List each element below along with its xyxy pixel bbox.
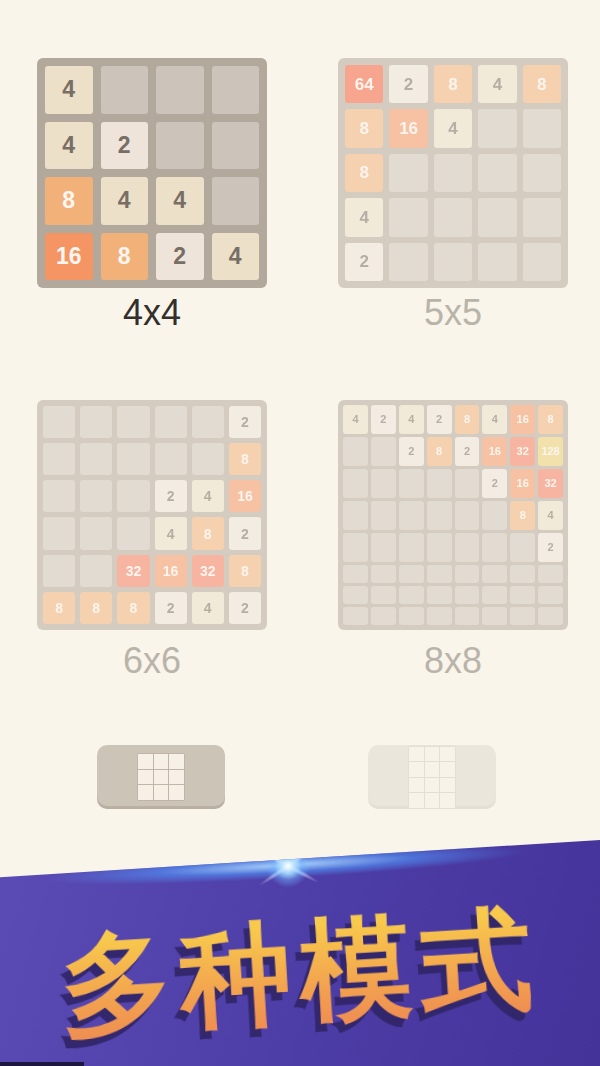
empty-cell — [101, 66, 149, 114]
empty-cell — [155, 406, 187, 438]
tile-4: 4 — [478, 65, 516, 103]
tile-16: 16 — [389, 109, 427, 147]
mode-select-screen: 44284416824 6428488164842 28241648232163… — [0, 0, 600, 1066]
tile-8: 8 — [538, 405, 563, 434]
empty-cell — [510, 607, 535, 625]
empty-cell — [80, 555, 112, 587]
tile-8: 8 — [117, 592, 149, 624]
empty-cell — [510, 565, 535, 583]
tile-4: 4 — [155, 517, 187, 549]
empty-cell — [478, 198, 516, 236]
board-label-8x8[interactable]: 8x8 — [338, 640, 568, 682]
empty-cell — [482, 501, 507, 530]
empty-cell — [510, 533, 535, 562]
tile-32: 32 — [192, 555, 224, 587]
empty-cell — [455, 469, 480, 498]
empty-cell — [538, 607, 563, 625]
tile-2: 2 — [371, 405, 396, 434]
empty-cell — [523, 109, 561, 147]
empty-cell — [371, 586, 396, 604]
tile-4: 4 — [45, 122, 93, 170]
board-4x4[interactable]: 44284416824 — [37, 58, 267, 288]
banner-title: 多种模式 — [0, 880, 600, 1066]
tile-2: 2 — [155, 480, 187, 512]
tile-2: 2 — [399, 437, 424, 466]
tile-8: 8 — [427, 437, 452, 466]
empty-cell — [427, 501, 452, 530]
tile-2: 2 — [482, 469, 507, 498]
tile-8: 8 — [192, 517, 224, 549]
empty-cell — [343, 586, 368, 604]
empty-cell — [212, 177, 260, 225]
tile-8: 8 — [43, 592, 75, 624]
empty-cell — [455, 565, 480, 583]
tile-4: 4 — [192, 480, 224, 512]
empty-cell — [427, 565, 452, 583]
empty-cell — [482, 565, 507, 583]
tile-32: 32 — [510, 437, 535, 466]
empty-cell — [117, 480, 149, 512]
empty-cell — [427, 586, 452, 604]
empty-cell — [80, 406, 112, 438]
tile-4: 4 — [101, 177, 149, 225]
empty-cell — [434, 154, 472, 192]
tile-2: 2 — [229, 592, 261, 624]
empty-cell — [371, 565, 396, 583]
empty-cell — [427, 607, 452, 625]
empty-cell — [43, 480, 75, 512]
tile-4: 4 — [399, 405, 424, 434]
tile-8: 8 — [434, 65, 472, 103]
tile-8: 8 — [523, 65, 561, 103]
empty-cell — [523, 154, 561, 192]
empty-cell — [427, 469, 452, 498]
empty-cell — [399, 607, 424, 625]
lens-flare-core — [266, 844, 310, 888]
tile-16: 16 — [510, 469, 535, 498]
grid-3x3-icon — [137, 753, 185, 801]
empty-cell — [343, 469, 368, 498]
empty-cell — [343, 437, 368, 466]
tile-8: 8 — [80, 592, 112, 624]
tile-4: 4 — [192, 592, 224, 624]
tile-4: 4 — [212, 233, 260, 281]
tile-8: 8 — [101, 233, 149, 281]
empty-cell — [371, 469, 396, 498]
tile-2: 2 — [427, 405, 452, 434]
tile-2: 2 — [101, 122, 149, 170]
empty-cell — [523, 243, 561, 281]
empty-cell — [482, 607, 507, 625]
empty-cell — [399, 501, 424, 530]
tile-8: 8 — [345, 109, 383, 147]
tile-2: 2 — [538, 533, 563, 562]
empty-cell — [455, 607, 480, 625]
tile-2: 2 — [155, 592, 187, 624]
empty-cell — [434, 243, 472, 281]
board-6x6[interactable]: 2824164823216328888242 — [37, 400, 267, 630]
tile-2: 2 — [345, 243, 383, 281]
tile-8: 8 — [229, 555, 261, 587]
tile-64: 64 — [345, 65, 383, 103]
board-5x5[interactable]: 6428488164842 — [338, 58, 568, 288]
empty-cell — [482, 586, 507, 604]
empty-cell — [212, 122, 260, 170]
empty-cell — [192, 406, 224, 438]
empty-cell — [43, 443, 75, 475]
empty-cell — [80, 443, 112, 475]
empty-cell — [343, 533, 368, 562]
tile-16: 16 — [482, 437, 507, 466]
empty-cell — [455, 501, 480, 530]
empty-cell — [389, 198, 427, 236]
empty-cell — [343, 607, 368, 625]
tile-2: 2 — [229, 517, 261, 549]
empty-cell — [371, 501, 396, 530]
tile-2: 2 — [389, 65, 427, 103]
empty-cell — [371, 533, 396, 562]
tile-4: 4 — [434, 109, 472, 147]
empty-cell — [343, 565, 368, 583]
tile-8: 8 — [45, 177, 93, 225]
empty-cell — [117, 406, 149, 438]
grid-3x4-icon — [408, 746, 456, 809]
empty-cell — [523, 198, 561, 236]
empty-cell — [455, 586, 480, 604]
tall-grid-mode-button[interactable] — [368, 745, 496, 809]
empty-cell — [399, 565, 424, 583]
empty-cell — [434, 198, 472, 236]
tile-2: 2 — [229, 406, 261, 438]
tile-8: 8 — [455, 405, 480, 434]
board-label-5x5[interactable]: 5x5 — [338, 292, 568, 334]
tile-2: 2 — [455, 437, 480, 466]
empty-cell — [399, 586, 424, 604]
tile-4: 4 — [345, 198, 383, 236]
empty-cell — [43, 406, 75, 438]
empty-cell — [478, 109, 516, 147]
empty-cell — [43, 555, 75, 587]
board-8x8[interactable]: 424284168282163212821632842 — [338, 400, 568, 630]
tile-8: 8 — [510, 501, 535, 530]
tile-4: 4 — [343, 405, 368, 434]
tile-32: 32 — [538, 469, 563, 498]
empty-cell — [538, 586, 563, 604]
tile-8: 8 — [229, 443, 261, 475]
lens-flare-spike — [244, 835, 331, 898]
empty-cell — [156, 66, 204, 114]
tile-4: 4 — [45, 66, 93, 114]
tile-2: 2 — [156, 233, 204, 281]
empty-cell — [117, 443, 149, 475]
empty-cell — [212, 66, 260, 114]
promo-banner: 多种模式 — [0, 830, 600, 1066]
tile-4: 4 — [156, 177, 204, 225]
empty-cell — [371, 607, 396, 625]
empty-cell — [80, 480, 112, 512]
empty-cell — [389, 243, 427, 281]
empty-cell — [399, 533, 424, 562]
empty-cell — [478, 154, 516, 192]
empty-cell — [80, 517, 112, 549]
empty-cell — [510, 586, 535, 604]
empty-cell — [156, 122, 204, 170]
empty-cell — [155, 443, 187, 475]
empty-cell — [117, 517, 149, 549]
tile-4: 4 — [482, 405, 507, 434]
board-label-4x4[interactable]: 4x4 — [37, 292, 267, 334]
tile-8: 8 — [345, 154, 383, 192]
empty-cell — [343, 501, 368, 530]
tile-128: 128 — [538, 437, 563, 466]
tile-16: 16 — [45, 233, 93, 281]
tile-4: 4 — [538, 501, 563, 530]
empty-cell — [478, 243, 516, 281]
tile-16: 16 — [510, 405, 535, 434]
empty-cell — [371, 437, 396, 466]
tile-16: 16 — [155, 555, 187, 587]
empty-cell — [538, 565, 563, 583]
board-label-6x6[interactable]: 6x6 — [37, 640, 267, 682]
empty-cell — [455, 533, 480, 562]
tile-32: 32 — [117, 555, 149, 587]
bottom-corner-strip — [0, 1062, 84, 1066]
empty-cell — [43, 517, 75, 549]
square-grid-mode-button[interactable] — [97, 745, 225, 809]
empty-cell — [399, 469, 424, 498]
lens-flare-spike — [242, 839, 334, 893]
empty-cell — [427, 533, 452, 562]
tile-16: 16 — [229, 480, 261, 512]
empty-cell — [192, 443, 224, 475]
empty-cell — [389, 154, 427, 192]
empty-cell — [482, 533, 507, 562]
